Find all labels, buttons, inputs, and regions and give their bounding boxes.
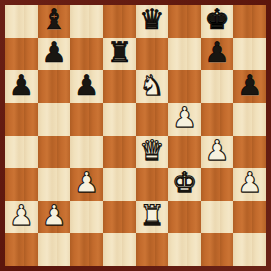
square-e1[interactable] bbox=[136, 233, 169, 266]
square-a8[interactable] bbox=[5, 5, 38, 38]
black-rook[interactable]: ♜ bbox=[107, 39, 132, 67]
chess-board: ♝♛♚♟♜♟♟♟♞♟♟♛♟♟♚♟♟♟♜ bbox=[5, 5, 266, 266]
square-b5[interactable] bbox=[38, 103, 71, 136]
square-h6[interactable]: ♟ bbox=[233, 70, 266, 103]
square-h3[interactable]: ♟ bbox=[233, 168, 266, 201]
white-pawn[interactable]: ♟ bbox=[9, 202, 34, 230]
square-c4[interactable] bbox=[70, 136, 103, 169]
square-d1[interactable] bbox=[103, 233, 136, 266]
black-king[interactable]: ♚ bbox=[205, 6, 230, 34]
square-f3[interactable]: ♚ bbox=[168, 168, 201, 201]
square-b4[interactable] bbox=[38, 136, 71, 169]
square-a5[interactable] bbox=[5, 103, 38, 136]
black-pawn[interactable]: ♟ bbox=[41, 39, 66, 67]
square-c3[interactable]: ♟ bbox=[70, 168, 103, 201]
square-a6[interactable]: ♟ bbox=[5, 70, 38, 103]
square-a2[interactable]: ♟ bbox=[5, 201, 38, 234]
square-d7[interactable]: ♜ bbox=[103, 38, 136, 71]
black-pawn[interactable]: ♟ bbox=[9, 72, 34, 100]
square-e2[interactable]: ♜ bbox=[136, 201, 169, 234]
square-f7[interactable] bbox=[168, 38, 201, 71]
square-g8[interactable]: ♚ bbox=[201, 5, 234, 38]
square-c5[interactable] bbox=[70, 103, 103, 136]
square-e6[interactable]: ♞ bbox=[136, 70, 169, 103]
square-d4[interactable] bbox=[103, 136, 136, 169]
square-b6[interactable] bbox=[38, 70, 71, 103]
square-b7[interactable]: ♟ bbox=[38, 38, 71, 71]
square-e4[interactable]: ♛ bbox=[136, 136, 169, 169]
square-d2[interactable] bbox=[103, 201, 136, 234]
white-pawn[interactable]: ♟ bbox=[205, 137, 230, 165]
square-c2[interactable] bbox=[70, 201, 103, 234]
black-pawn[interactable]: ♟ bbox=[237, 72, 262, 100]
black-pawn[interactable]: ♟ bbox=[205, 39, 230, 67]
square-c7[interactable] bbox=[70, 38, 103, 71]
square-a3[interactable] bbox=[5, 168, 38, 201]
square-g4[interactable]: ♟ bbox=[201, 136, 234, 169]
square-g2[interactable] bbox=[201, 201, 234, 234]
square-b2[interactable]: ♟ bbox=[38, 201, 71, 234]
white-queen[interactable]: ♛ bbox=[139, 137, 164, 165]
square-f2[interactable] bbox=[168, 201, 201, 234]
square-a1[interactable] bbox=[5, 233, 38, 266]
square-a7[interactable] bbox=[5, 38, 38, 71]
white-pawn[interactable]: ♟ bbox=[172, 104, 197, 132]
square-f8[interactable] bbox=[168, 5, 201, 38]
square-b3[interactable] bbox=[38, 168, 71, 201]
white-pawn[interactable]: ♟ bbox=[74, 169, 99, 197]
square-f5[interactable]: ♟ bbox=[168, 103, 201, 136]
square-a4[interactable] bbox=[5, 136, 38, 169]
square-e5[interactable] bbox=[136, 103, 169, 136]
square-h5[interactable] bbox=[233, 103, 266, 136]
square-c6[interactable]: ♟ bbox=[70, 70, 103, 103]
square-h1[interactable] bbox=[233, 233, 266, 266]
white-king[interactable]: ♚ bbox=[172, 169, 197, 197]
square-c8[interactable] bbox=[70, 5, 103, 38]
square-g3[interactable] bbox=[201, 168, 234, 201]
black-bishop[interactable]: ♝ bbox=[41, 6, 66, 34]
square-f1[interactable] bbox=[168, 233, 201, 266]
white-pawn[interactable]: ♟ bbox=[41, 202, 66, 230]
square-h4[interactable] bbox=[233, 136, 266, 169]
square-g1[interactable] bbox=[201, 233, 234, 266]
square-d5[interactable] bbox=[103, 103, 136, 136]
square-d6[interactable] bbox=[103, 70, 136, 103]
black-pawn[interactable]: ♟ bbox=[74, 72, 99, 100]
square-c1[interactable] bbox=[70, 233, 103, 266]
square-f4[interactable] bbox=[168, 136, 201, 169]
white-pawn[interactable]: ♟ bbox=[237, 169, 262, 197]
square-g5[interactable] bbox=[201, 103, 234, 136]
square-h2[interactable] bbox=[233, 201, 266, 234]
square-b1[interactable] bbox=[38, 233, 71, 266]
square-e7[interactable] bbox=[136, 38, 169, 71]
square-f6[interactable] bbox=[168, 70, 201, 103]
board-frame: ♝♛♚♟♜♟♟♟♞♟♟♛♟♟♚♟♟♟♜ bbox=[0, 0, 271, 271]
square-d8[interactable] bbox=[103, 5, 136, 38]
square-e3[interactable] bbox=[136, 168, 169, 201]
white-knight[interactable]: ♞ bbox=[139, 72, 164, 100]
square-b8[interactable]: ♝ bbox=[38, 5, 71, 38]
square-g6[interactable] bbox=[201, 70, 234, 103]
white-rook[interactable]: ♜ bbox=[139, 202, 164, 230]
square-g7[interactable]: ♟ bbox=[201, 38, 234, 71]
square-d3[interactable] bbox=[103, 168, 136, 201]
black-queen[interactable]: ♛ bbox=[139, 6, 164, 34]
square-h7[interactable] bbox=[233, 38, 266, 71]
square-e8[interactable]: ♛ bbox=[136, 5, 169, 38]
square-h8[interactable] bbox=[233, 5, 266, 38]
